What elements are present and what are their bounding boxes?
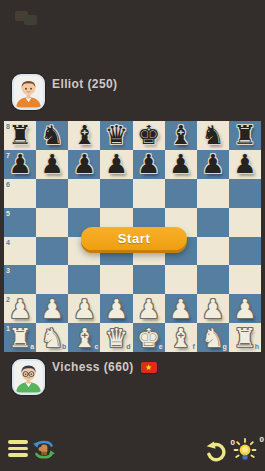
square-b4[interactable] [36,237,68,266]
square-a6[interactable]: 6 [4,179,36,208]
piece-black-pawn: ♟ [169,150,192,178]
square-e6[interactable] [133,179,165,208]
flag-star: ★ [145,362,152,373]
square-b1[interactable]: b♞ [36,323,68,352]
square-f7[interactable]: ♟ [165,150,197,179]
rank-label-2: 2 [6,296,10,303]
piece-white-pawn: ♟ [8,295,31,323]
man-avatar-illustration [14,76,43,108]
piece-white-bishop: ♝ [73,324,96,352]
file-label-b: b [62,343,66,350]
square-d7[interactable]: ♟ [100,150,132,179]
piece-black-king: ♚ [137,121,160,149]
square-h7[interactable]: ♟ [229,150,261,179]
piece-black-rook: ♜ [233,121,256,149]
square-b7[interactable]: ♟ [36,150,68,179]
square-h3[interactable] [229,265,261,294]
square-f3[interactable] [165,265,197,294]
piece-white-pawn: ♟ [201,295,224,323]
piece-black-pawn: ♟ [201,150,224,178]
piece-white-king: ♚ [137,324,160,352]
file-label-c: c [94,343,98,350]
file-label-d: d [126,343,130,350]
square-d1[interactable]: d♛ [100,323,132,352]
file-label-h: h [255,343,259,350]
piece-white-pawn: ♟ [233,295,256,323]
piece-black-pawn: ♟ [8,150,31,178]
square-h8[interactable]: ♜ [229,121,261,150]
square-c2[interactable]: ♟ [68,294,100,323]
piece-black-pawn: ♟ [73,150,96,178]
square-g5[interactable] [197,208,229,237]
square-d8[interactable]: ♛ [100,121,132,150]
vietnam-flag-icon: ★ [141,362,157,373]
square-a2[interactable]: 2♟ [4,294,36,323]
square-b8[interactable]: ♞ [36,121,68,150]
piece-black-bishop: ♝ [73,121,96,149]
piece-black-pawn: ♟ [105,150,128,178]
player-avatar[interactable] [12,359,45,395]
square-f2[interactable]: ♟ [165,294,197,323]
piece-white-pawn: ♟ [137,295,160,323]
square-g8[interactable]: ♞ [197,121,229,150]
square-d2[interactable]: ♟ [100,294,132,323]
piece-black-pawn: ♟ [233,150,256,178]
square-a8[interactable]: 8♜ [4,121,36,150]
hint-button[interactable]: 0 [232,438,258,467]
piece-white-pawn: ♟ [41,295,64,323]
lightbulb-hint-icon [232,438,258,464]
square-f8[interactable]: ♝ [165,121,197,150]
square-h1[interactable]: h♜ [229,323,261,352]
piece-white-bishop: ♝ [169,324,192,352]
square-g4[interactable] [197,237,229,266]
square-d3[interactable] [100,265,132,294]
piece-white-knight: ♞ [201,324,224,352]
piece-white-knight: ♞ [41,324,64,352]
piece-black-queen: ♛ [105,121,128,149]
file-label-f: f [192,343,194,350]
status-bar-app-icon [14,9,38,27]
undo-arrow-icon [206,441,229,462]
hamburger-icon [8,440,28,457]
start-button[interactable]: Start [81,227,187,250]
piece-black-pawn: ♟ [41,150,64,178]
opponent-avatar[interactable] [12,74,45,110]
rank-label-6: 6 [6,181,10,188]
square-h2[interactable]: ♟ [229,294,261,323]
rank-label-5: 5 [6,210,10,217]
square-e8[interactable]: ♚ [133,121,165,150]
square-h5[interactable] [229,208,261,237]
boy-avatar-illustration [14,361,43,393]
rank-label-1: 1 [6,325,10,332]
square-c7[interactable]: ♟ [68,150,100,179]
flip-board-icon [32,437,56,461]
square-g3[interactable] [197,265,229,294]
hint-count-badge: 0 [260,435,264,444]
player-info-row: Vichess (660) ★ [52,360,157,374]
square-b3[interactable] [36,265,68,294]
square-a3[interactable]: 3 [4,265,36,294]
square-a4[interactable]: 4 [4,237,36,266]
square-c3[interactable] [68,265,100,294]
square-b6[interactable] [36,179,68,208]
player-name-rating: Vichess (660) [52,360,134,374]
square-h4[interactable] [229,237,261,266]
square-b2[interactable]: ♟ [36,294,68,323]
file-label-e: e [159,343,163,350]
undo-button[interactable]: 0 [206,441,229,465]
piece-white-rook: ♜ [233,324,256,352]
start-button-label: Start [118,231,151,246]
square-e2[interactable]: ♟ [133,294,165,323]
square-f1[interactable]: f♝ [165,323,197,352]
rank-label-3: 3 [6,267,10,274]
piece-white-pawn: ♟ [169,295,192,323]
square-d6[interactable] [100,179,132,208]
square-a7[interactable]: 7♟ [4,150,36,179]
piece-black-knight: ♞ [41,121,64,149]
file-label-a: a [30,343,34,350]
square-g6[interactable] [197,179,229,208]
square-g2[interactable]: ♟ [197,294,229,323]
chess-app-screen: Elliot (250) 8♜♞♝♛♚♝♞♜7♟♟♟♟♟♟♟♟65432♟♟♟♟… [0,0,265,471]
bottom-toolbar: 0 0 [0,437,265,471]
square-e3[interactable] [133,265,165,294]
square-e7[interactable]: ♟ [133,150,165,179]
square-f6[interactable] [165,179,197,208]
piece-white-rook: ♜ [8,324,31,352]
rank-label-4: 4 [6,239,10,246]
square-e1[interactable]: e♚ [133,323,165,352]
square-g7[interactable]: ♟ [197,150,229,179]
square-b5[interactable] [36,208,68,237]
square-c8[interactable]: ♝ [68,121,100,150]
menu-button[interactable] [8,440,28,457]
piece-black-knight: ♞ [201,121,224,149]
piece-white-pawn: ♟ [73,295,96,323]
square-g1[interactable]: g♞ [197,323,229,352]
rank-label-7: 7 [6,152,10,159]
piece-black-bishop: ♝ [169,121,192,149]
piece-black-rook: ♜ [8,121,31,149]
opponent-name-rating: Elliot (250) [52,77,117,91]
square-c1[interactable]: c♝ [68,323,100,352]
piece-white-queen: ♛ [105,324,128,352]
square-a5[interactable]: 5 [4,208,36,237]
piece-black-pawn: ♟ [137,150,160,178]
square-a1[interactable]: 1a♜ [4,323,36,352]
rank-label-8: 8 [6,123,10,130]
square-c6[interactable] [68,179,100,208]
piece-white-pawn: ♟ [105,295,128,323]
file-label-g: g [223,343,227,350]
flip-board-button[interactable] [32,437,56,464]
square-h6[interactable] [229,179,261,208]
